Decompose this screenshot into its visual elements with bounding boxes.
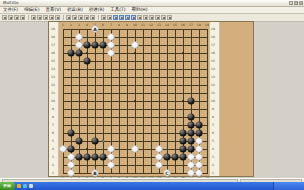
toolbar-separator [28, 15, 29, 20]
white-stone-N2[interactable] [156, 162, 163, 169]
white-stone-G18[interactable] [108, 34, 115, 41]
white-stone-S3[interactable] [196, 154, 203, 161]
coord-top: 6 [102, 24, 104, 27]
coord-left: 4 [52, 148, 54, 151]
coord-right: 16 [211, 52, 215, 55]
coord-left: 16 [51, 52, 55, 55]
menu-item-5[interactable]: 工具(T) [107, 7, 128, 13]
black-stone-D3[interactable] [84, 154, 91, 161]
coord-left: 9 [52, 108, 54, 111]
help-icon[interactable] [167, 15, 172, 20]
white-stone-C17[interactable] [76, 42, 83, 49]
coord-top: 17 [189, 24, 193, 27]
undo-icon[interactable] [49, 15, 54, 20]
black-stone-R8[interactable] [188, 114, 195, 121]
coord-left: 14 [51, 68, 55, 71]
black-stone-R5[interactable] [188, 138, 195, 145]
menu-item-1[interactable]: 编辑(E) [21, 7, 42, 13]
save-icon[interactable] [14, 15, 19, 20]
cut-icon[interactable] [31, 15, 36, 20]
coord-right: 12 [211, 84, 215, 87]
tree-view-icon[interactable] [161, 15, 166, 20]
white-stone-S4[interactable] [196, 146, 203, 153]
white-stone-G3[interactable] [108, 154, 115, 161]
erase-icon[interactable] [137, 15, 142, 20]
black-stone-R10[interactable] [188, 98, 195, 105]
coord-top: 18 [197, 24, 201, 27]
coord-top: 19 [205, 24, 209, 27]
white-stone-C18[interactable] [76, 34, 83, 41]
white-stone-A4[interactable] [60, 146, 67, 153]
coord-right: 9 [212, 108, 214, 111]
coord-left: 7 [52, 124, 54, 127]
white-stone-B3[interactable] [68, 154, 75, 161]
edit-black-icon[interactable] [125, 15, 130, 20]
hoshi-point-Q10 [182, 100, 184, 102]
mark-triangle-icon[interactable] [101, 15, 106, 20]
coord-right: 19 [211, 28, 215, 31]
white-stone-G16[interactable] [108, 50, 115, 57]
white-stone-G4[interactable] [108, 146, 115, 153]
menu-item-0[interactable]: 文件(F) [0, 7, 21, 13]
paste-icon[interactable] [43, 15, 48, 20]
menu-item-3[interactable]: 棋盘(B) [64, 7, 86, 13]
black-stone-C16[interactable] [76, 50, 83, 57]
black-stone-Q3[interactable] [180, 154, 187, 161]
black-stone-F17[interactable] [100, 42, 107, 49]
close-button[interactable]: × [299, 1, 303, 5]
open-icon[interactable] [8, 15, 13, 20]
next-move-icon[interactable] [78, 15, 83, 20]
quicklaunch-icon[interactable] [23, 184, 27, 188]
game-info-icon[interactable] [155, 15, 160, 20]
menu-item-6[interactable]: 帮助(H) [129, 7, 151, 13]
redo-icon[interactable] [55, 15, 60, 20]
coord-top: 7 [110, 24, 112, 27]
black-stone-R7[interactable] [188, 122, 195, 129]
coord-right: 14 [211, 68, 215, 71]
coord-right: 11 [211, 92, 215, 95]
toolbar-separator [63, 15, 64, 20]
mark-square-icon[interactable] [107, 15, 112, 20]
coord-left: 11 [51, 92, 55, 95]
coord-left: 5 [52, 140, 54, 143]
start-button[interactable]: 开始 [0, 182, 15, 190]
hoshi-point-D16 [86, 52, 88, 54]
coord-right: 6 [212, 132, 214, 135]
coord-top: 2 [70, 24, 72, 27]
white-stone-S2[interactable] [196, 162, 203, 169]
black-stone-C3[interactable] [76, 154, 83, 161]
black-stone-E3[interactable] [92, 154, 99, 161]
menu-item-4[interactable]: 棋谱(R) [86, 7, 108, 13]
coord-right: 7 [212, 124, 214, 127]
toolbar-separator [98, 15, 99, 20]
coord-top: 1 [62, 24, 64, 27]
coord-left: 17 [51, 44, 55, 47]
hoshi-point-D4 [86, 148, 88, 150]
black-stone-Q5[interactable] [180, 138, 187, 145]
black-stone-S6[interactable] [196, 130, 203, 137]
label-A-E19[interactable]: A [92, 26, 99, 33]
pass-icon[interactable] [90, 15, 95, 20]
coord-right: 15 [211, 60, 215, 63]
edit-white-icon[interactable] [131, 15, 136, 20]
white-stone-R2[interactable] [188, 162, 195, 169]
coord-top: 13 [157, 24, 161, 27]
coord-left: 1 [52, 172, 54, 175]
mark-number-icon[interactable] [119, 15, 124, 20]
black-stone-C5[interactable] [76, 138, 83, 145]
black-stone-E17[interactable] [92, 42, 99, 49]
black-stone-D15[interactable] [84, 58, 91, 65]
first-move-icon[interactable] [66, 15, 71, 20]
zoom-in-icon[interactable] [143, 15, 148, 20]
menu-bar: 文件(F)编辑(E)查看(V)棋盘(B)棋谱(R)工具(T)帮助(H) [0, 7, 304, 14]
white-stone-N4[interactable] [156, 146, 163, 153]
next-move-marker-F5 [102, 140, 105, 143]
white-stone-N3[interactable] [156, 154, 163, 161]
white-stone-R3[interactable] [188, 154, 195, 161]
coord-left: 6 [52, 132, 54, 135]
white-stone-S1[interactable] [196, 170, 203, 177]
window-title: MultiGo [3, 0, 18, 6]
coord-right: 3 [212, 156, 214, 159]
coord-right: 10 [211, 100, 215, 103]
copy-icon[interactable] [37, 15, 42, 20]
coord-left: 10 [51, 100, 55, 103]
coord-right: 4 [212, 148, 214, 151]
coord-left: 13 [51, 76, 55, 79]
menu-item-2[interactable]: 查看(V) [42, 7, 64, 13]
coord-right: 17 [211, 44, 215, 47]
black-stone-R4[interactable] [188, 146, 195, 153]
coord-top: 8 [118, 24, 120, 27]
prev-move-icon[interactable] [72, 15, 77, 20]
coord-top: 16 [181, 24, 185, 27]
black-stone-O3[interactable] [164, 154, 171, 161]
taskbar: 开始 [0, 182, 304, 190]
coord-right: 5 [212, 140, 214, 143]
maximize-button[interactable]: □ [294, 1, 298, 5]
coord-left: 19 [51, 28, 55, 31]
black-stone-B6[interactable] [68, 130, 75, 137]
label-C-O1[interactable]: C [164, 170, 171, 177]
black-stone-B4[interactable] [68, 146, 75, 153]
white-stone-K17[interactable] [132, 42, 139, 49]
white-stone-B1[interactable] [68, 170, 75, 177]
coord-top: 9 [126, 24, 128, 27]
print-icon[interactable] [20, 15, 25, 20]
coord-top: 3 [78, 24, 80, 27]
coord-top: 4 [86, 24, 88, 27]
coord-left: 8 [52, 116, 54, 119]
coord-left: 15 [51, 60, 55, 63]
black-stone-F3[interactable] [100, 154, 107, 161]
black-stone-E5[interactable] [92, 138, 99, 145]
coord-left: 12 [51, 84, 55, 87]
hoshi-point-Q16 [182, 52, 184, 54]
black-stone-P3[interactable] [172, 154, 179, 161]
coord-top: 15 [173, 24, 177, 27]
coord-right: 1 [212, 172, 214, 175]
hoshi-point-K16 [134, 52, 136, 54]
black-stone-R6[interactable] [188, 130, 195, 137]
white-stone-G2[interactable] [108, 162, 115, 169]
taskbar-task-button[interactable] [29, 184, 33, 188]
system-tray [273, 182, 304, 190]
coord-top: 12 [149, 24, 153, 27]
minimize-button[interactable]: _ [289, 1, 293, 5]
white-stone-B2[interactable] [68, 162, 75, 169]
coord-right: 2 [212, 164, 214, 167]
black-stone-Q6[interactable] [180, 130, 187, 137]
coord-left: 3 [52, 156, 54, 159]
white-stone-R1[interactable] [188, 170, 195, 177]
coord-top: 10 [133, 24, 137, 27]
coord-left: 18 [51, 36, 55, 39]
zoom-out-icon[interactable] [149, 15, 154, 20]
black-stone-S7[interactable] [196, 122, 203, 129]
black-stone-D17[interactable] [84, 42, 91, 49]
new-icon[interactable] [2, 15, 7, 20]
go-board[interactable]: 1234567891011121314151617181912345678910… [48, 21, 254, 177]
black-stone-Q4[interactable] [180, 146, 187, 153]
coord-right: 13 [211, 76, 215, 79]
black-stone-B16[interactable] [68, 50, 75, 57]
last-move-icon[interactable] [84, 15, 89, 20]
coord-top: 11 [141, 24, 145, 27]
coord-left: 2 [52, 164, 54, 167]
title-bar[interactable]: MultiGo _ □ × [0, 0, 304, 7]
multigo-window: MultiGo _ □ × 文件(F)编辑(E)查看(V)棋盘(B)棋谱(R)工… [0, 0, 304, 190]
white-stone-S5[interactable] [196, 138, 203, 145]
hoshi-point-D10 [86, 100, 88, 102]
window-controls: _ □ × [289, 1, 303, 5]
white-stone-K4[interactable] [132, 146, 139, 153]
label-B-E1[interactable]: B [92, 170, 99, 177]
hoshi-point-K10 [134, 100, 136, 102]
coord-top: 14 [165, 24, 169, 27]
white-stone-G17[interactable] [108, 42, 115, 49]
mark-letter-icon[interactable] [113, 15, 118, 20]
coord-right: 18 [211, 36, 215, 39]
quicklaunch-icon[interactable] [17, 184, 21, 188]
coord-right: 8 [212, 116, 214, 119]
